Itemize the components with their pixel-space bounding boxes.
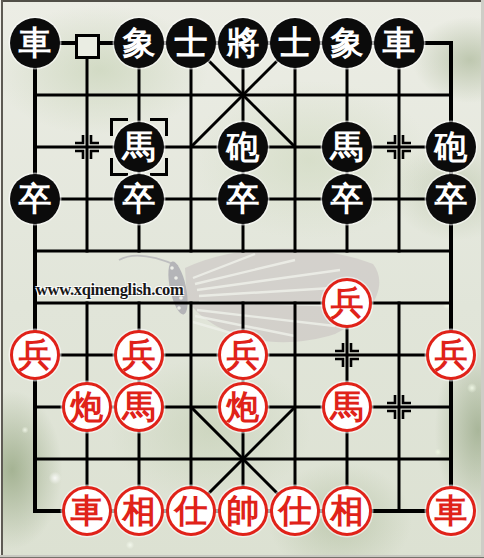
piece-black-soldier-c7[interactable]: 卒 bbox=[114, 174, 164, 224]
piece-red-soldier-i4[interactable]: 兵 bbox=[426, 330, 476, 380]
point-marker-h3 bbox=[373, 381, 425, 433]
square-e4: 兵 bbox=[217, 329, 269, 381]
point-marker-g4 bbox=[321, 329, 373, 381]
last-move-origin-marker bbox=[61, 17, 113, 69]
piece-red-soldier-c4[interactable]: 兵 bbox=[114, 330, 164, 380]
square-c7: 卒 bbox=[113, 173, 165, 225]
piece-red-elephant-c1[interactable]: 相 bbox=[114, 486, 164, 536]
square-i4: 兵 bbox=[425, 329, 477, 381]
square-c1: 相 bbox=[113, 485, 165, 537]
square-e7: 卒 bbox=[217, 173, 269, 225]
square-i1: 車 bbox=[425, 485, 477, 537]
piece-black-soldier-g7[interactable]: 卒 bbox=[322, 174, 372, 224]
piece-black-soldier-i7[interactable]: 卒 bbox=[426, 174, 476, 224]
square-a10: 車 bbox=[9, 17, 61, 69]
piece-red-soldier-e4[interactable]: 兵 bbox=[218, 330, 268, 380]
piece-black-elephant-c10[interactable]: 象 bbox=[114, 18, 164, 68]
square-e1: 帥 bbox=[217, 485, 269, 537]
square-c10: 象 bbox=[113, 17, 165, 69]
piece-red-rook-b1[interactable]: 車 bbox=[62, 486, 112, 536]
square-h10: 車 bbox=[373, 17, 425, 69]
square-g8: 馬 bbox=[321, 121, 373, 173]
piece-black-horse-g8[interactable]: 馬 bbox=[322, 122, 372, 172]
square-d1: 仕 bbox=[165, 485, 217, 537]
square-d10: 士 bbox=[165, 17, 217, 69]
piece-red-general-e1[interactable]: 帥 bbox=[218, 486, 268, 536]
piece-black-advisor-f10[interactable]: 士 bbox=[270, 18, 320, 68]
square-a4: 兵 bbox=[9, 329, 61, 381]
piece-red-advisor-f1[interactable]: 仕 bbox=[270, 486, 320, 536]
piece-black-cannon-i8[interactable]: 砲 bbox=[426, 122, 476, 172]
square-g10: 象 bbox=[321, 17, 373, 69]
piece-black-cannon-e8[interactable]: 砲 bbox=[218, 122, 268, 172]
piece-red-soldier-g5[interactable]: 兵 bbox=[322, 278, 372, 328]
square-e8: 砲 bbox=[217, 121, 269, 173]
square-e3: 炮 bbox=[217, 381, 269, 433]
square-e10: 將 bbox=[217, 17, 269, 69]
piece-red-elephant-g1[interactable]: 相 bbox=[322, 486, 372, 536]
piece-red-advisor-d1[interactable]: 仕 bbox=[166, 486, 216, 536]
square-g1: 相 bbox=[321, 485, 373, 537]
piece-black-general-e10[interactable]: 將 bbox=[218, 18, 268, 68]
piece-red-soldier-a4[interactable]: 兵 bbox=[10, 330, 60, 380]
piece-red-horse-g3[interactable]: 馬 bbox=[322, 382, 372, 432]
square-g7: 卒 bbox=[321, 173, 373, 225]
square-i8: 砲 bbox=[425, 121, 477, 173]
piece-red-cannon-e3[interactable]: 炮 bbox=[218, 382, 268, 432]
board: 車象士將士象車馬砲馬砲卒卒卒卒卒兵兵兵兵兵炮馬炮馬車相仕帥仕相車 bbox=[9, 17, 477, 537]
square-g3: 馬 bbox=[321, 381, 373, 433]
square-b1: 車 bbox=[61, 485, 113, 537]
piece-black-elephant-g10[interactable]: 象 bbox=[322, 18, 372, 68]
piece-red-cannon-b3[interactable]: 炮 bbox=[62, 382, 112, 432]
frame-left-edge bbox=[0, 0, 3, 558]
piece-black-soldier-a7[interactable]: 卒 bbox=[10, 174, 60, 224]
square-f10: 士 bbox=[269, 17, 321, 69]
piece-black-soldier-e7[interactable]: 卒 bbox=[218, 174, 268, 224]
square-c4: 兵 bbox=[113, 329, 165, 381]
piece-black-rook-a10[interactable]: 車 bbox=[10, 18, 60, 68]
square-b3: 炮 bbox=[61, 381, 113, 433]
square-f1: 仕 bbox=[269, 485, 321, 537]
square-a7: 卒 bbox=[9, 173, 61, 225]
square-g5: 兵 bbox=[321, 277, 373, 329]
piece-red-rook-i1[interactable]: 車 bbox=[426, 486, 476, 536]
square-c3: 馬 bbox=[113, 381, 165, 433]
piece-red-horse-c3[interactable]: 馬 bbox=[114, 382, 164, 432]
piece-black-rook-h10[interactable]: 車 bbox=[374, 18, 424, 68]
xiangqi-diagram: www.xqinenglish.com 車象士將士象車馬砲馬砲卒卒卒卒卒兵兵兵兵… bbox=[0, 0, 484, 558]
piece-black-advisor-d10[interactable]: 士 bbox=[166, 18, 216, 68]
frame-top-edge bbox=[0, 0, 484, 2]
square-i7: 卒 bbox=[425, 173, 477, 225]
piece-black-horse-c8[interactable]: 馬 bbox=[114, 122, 164, 172]
point-marker-h8 bbox=[373, 121, 425, 173]
point-marker-b8 bbox=[61, 121, 113, 173]
